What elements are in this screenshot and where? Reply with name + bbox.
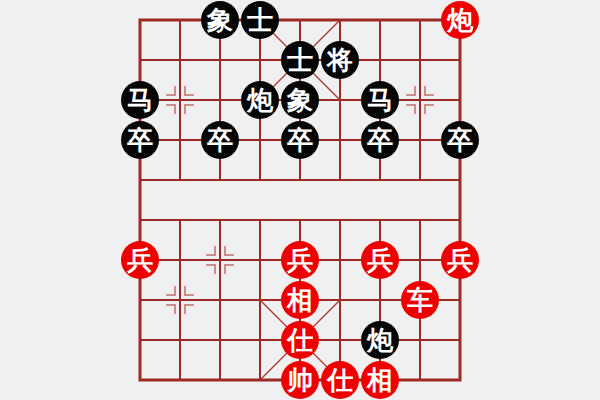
- piece-red-advisor[interactable]: 仕: [281, 321, 319, 359]
- piece-red-soldier[interactable]: 兵: [281, 241, 319, 279]
- piece-red-advisor[interactable]: 仕: [321, 361, 359, 399]
- piece-red-elephant[interactable]: 相: [361, 361, 399, 399]
- piece-black-general[interactable]: 将: [321, 41, 359, 79]
- piece-black-cannon[interactable]: 炮: [241, 81, 279, 119]
- piece-black-elephant[interactable]: 象: [201, 1, 239, 39]
- xiangqi-board[interactable]: 象士炮士将马炮象马卒卒卒卒卒兵兵兵兵相车仕炮帅仕相: [0, 0, 600, 400]
- piece-red-general[interactable]: 帅: [281, 361, 319, 399]
- piece-black-soldier[interactable]: 卒: [121, 121, 159, 159]
- piece-black-soldier[interactable]: 卒: [441, 121, 479, 159]
- piece-black-horse[interactable]: 马: [361, 81, 399, 119]
- piece-red-cannon[interactable]: 炮: [441, 1, 479, 39]
- piece-red-soldier[interactable]: 兵: [441, 241, 479, 279]
- piece-black-cannon[interactable]: 炮: [361, 321, 399, 359]
- piece-black-soldier[interactable]: 卒: [361, 121, 399, 159]
- piece-red-soldier[interactable]: 兵: [121, 241, 159, 279]
- piece-red-elephant[interactable]: 相: [281, 281, 319, 319]
- piece-black-soldier[interactable]: 卒: [281, 121, 319, 159]
- piece-black-advisor[interactable]: 士: [241, 1, 279, 39]
- piece-black-soldier[interactable]: 卒: [201, 121, 239, 159]
- piece-black-elephant[interactable]: 象: [281, 81, 319, 119]
- piece-black-horse[interactable]: 马: [121, 81, 159, 119]
- piece-black-advisor[interactable]: 士: [281, 41, 319, 79]
- piece-red-chariot[interactable]: 车: [401, 281, 439, 319]
- piece-red-soldier[interactable]: 兵: [361, 241, 399, 279]
